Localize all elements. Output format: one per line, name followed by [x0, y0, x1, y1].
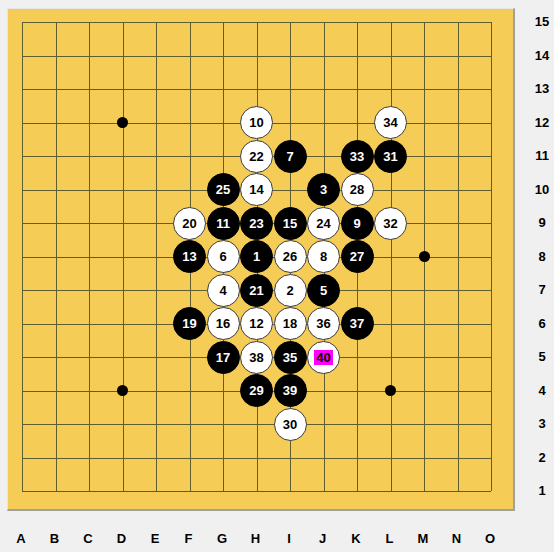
- stone-number: 19: [182, 317, 196, 330]
- stone-14-H10[interactable]: 14: [240, 173, 273, 206]
- stone-number: 14: [249, 183, 263, 196]
- stone-30-I3[interactable]: 30: [274, 408, 307, 441]
- stone-number: 10: [249, 116, 263, 129]
- stone-12-H6[interactable]: 12: [240, 307, 273, 340]
- stone-9-K9[interactable]: 9: [341, 207, 374, 240]
- row-label-12: 12: [529, 115, 554, 130]
- row-label-7: 7: [529, 282, 554, 297]
- stone-35-I5[interactable]: 35: [274, 341, 307, 374]
- stone-25-G10[interactable]: 25: [207, 173, 240, 206]
- column-label-I: I: [278, 531, 300, 546]
- stone-23-H9[interactable]: 23: [240, 207, 273, 240]
- row-label-14: 14: [529, 48, 554, 63]
- stone-number: 38: [249, 351, 263, 364]
- stone-number: 15: [283, 217, 297, 230]
- stone-10-H12[interactable]: 10: [240, 106, 273, 139]
- grid-line: [22, 458, 491, 459]
- column-label-N: N: [446, 531, 468, 546]
- stone-32-L9[interactable]: 32: [374, 207, 407, 240]
- row-label-4: 4: [529, 383, 554, 398]
- stone-22-H11[interactable]: 22: [240, 140, 273, 173]
- stone-number: 9: [353, 217, 360, 230]
- column-label-C: C: [77, 531, 99, 546]
- row-label-3: 3: [529, 416, 554, 431]
- stone-number: 31: [383, 150, 397, 163]
- stone-38-H5[interactable]: 38: [240, 341, 273, 374]
- stone-number: 33: [350, 150, 364, 163]
- star-point-D12: [117, 117, 128, 128]
- stone-number: 39: [283, 384, 297, 397]
- stone-21-H7[interactable]: 21: [240, 274, 273, 307]
- stone-number: 11: [216, 217, 230, 230]
- stone-31-L11[interactable]: 31: [374, 140, 407, 173]
- stone-number: 36: [316, 317, 330, 330]
- grid-line: [22, 491, 491, 492]
- stone-number: 2: [286, 284, 293, 297]
- grid-line: [22, 424, 491, 425]
- stone-number: 3: [320, 183, 327, 196]
- stone-3-J10[interactable]: 3: [307, 173, 340, 206]
- last-move-number: 40: [314, 350, 332, 365]
- stone-number: 24: [316, 217, 330, 230]
- column-label-M: M: [412, 531, 434, 546]
- grid-line: [458, 22, 459, 491]
- stone-number: 13: [182, 250, 196, 263]
- stone-number: 8: [320, 250, 327, 263]
- stone-40-J5[interactable]: 40: [307, 341, 340, 374]
- stone-1-H8[interactable]: 1: [240, 240, 273, 273]
- stone-number: 30: [283, 418, 297, 431]
- row-label-8: 8: [529, 249, 554, 264]
- stone-number: 25: [216, 183, 230, 196]
- stone-34-L12[interactable]: 34: [374, 106, 407, 139]
- stone-4-G7[interactable]: 4: [207, 274, 240, 307]
- stone-11-G9[interactable]: 11: [207, 207, 240, 240]
- stone-number: 21: [249, 284, 263, 297]
- stone-number: 34: [383, 116, 397, 129]
- stone-17-G5[interactable]: 17: [207, 341, 240, 374]
- stone-28-K10[interactable]: 28: [341, 173, 374, 206]
- stone-number: 7: [286, 150, 293, 163]
- column-label-K: K: [345, 531, 367, 546]
- row-label-15: 15: [529, 14, 554, 29]
- column-label-D: D: [111, 531, 133, 546]
- gomoku-app-window: 1234567891011121314151617181920212223242…: [0, 0, 554, 552]
- stone-number: 22: [249, 150, 263, 163]
- stone-number: 23: [249, 217, 263, 230]
- row-label-11: 11: [529, 148, 554, 163]
- stone-36-J6[interactable]: 36: [307, 307, 340, 340]
- stone-number: 26: [283, 250, 297, 263]
- grid-line: [491, 22, 492, 491]
- stone-7-I11[interactable]: 7: [274, 140, 307, 173]
- stone-13-F8[interactable]: 13: [173, 240, 206, 273]
- stone-27-K8[interactable]: 27: [341, 240, 374, 273]
- stone-19-F6[interactable]: 19: [173, 307, 206, 340]
- stone-15-I9[interactable]: 15: [274, 207, 307, 240]
- stone-37-K6[interactable]: 37: [341, 307, 374, 340]
- star-point-L4: [385, 385, 396, 396]
- stone-number: 12: [249, 317, 263, 330]
- column-label-E: E: [144, 531, 166, 546]
- stone-16-G6[interactable]: 16: [207, 307, 240, 340]
- stone-number: 5: [320, 284, 327, 297]
- stone-33-K11[interactable]: 33: [341, 140, 374, 173]
- stone-number: 29: [249, 384, 263, 397]
- stone-number: 1: [253, 250, 260, 263]
- star-point-D4: [117, 385, 128, 396]
- stone-number: 6: [219, 250, 226, 263]
- stone-20-F9[interactable]: 20: [173, 207, 206, 240]
- row-label-6: 6: [529, 316, 554, 331]
- stone-8-J8[interactable]: 8: [307, 240, 340, 273]
- stone-2-I7[interactable]: 2: [274, 274, 307, 307]
- stone-number: 35: [283, 351, 297, 364]
- stone-number: 32: [383, 217, 397, 230]
- stone-26-I8[interactable]: 26: [274, 240, 307, 273]
- column-label-F: F: [178, 531, 200, 546]
- row-label-9: 9: [529, 215, 554, 230]
- column-label-O: O: [479, 531, 501, 546]
- row-label-10: 10: [529, 182, 554, 197]
- row-label-13: 13: [529, 81, 554, 96]
- column-label-A: A: [10, 531, 32, 546]
- column-label-J: J: [312, 531, 334, 546]
- stone-39-I4[interactable]: 39: [274, 374, 307, 407]
- star-point-M8: [419, 251, 430, 262]
- row-label-2: 2: [529, 450, 554, 465]
- goban[interactable]: 1234567891011121314151617181920212223242…: [7, 8, 515, 511]
- column-label-H: H: [245, 531, 267, 546]
- stone-6-G8[interactable]: 6: [207, 240, 240, 273]
- grid-line: [391, 22, 392, 491]
- stone-number: 20: [182, 217, 196, 230]
- column-label-L: L: [379, 531, 401, 546]
- stone-number: 4: [219, 284, 226, 297]
- stone-number: 17: [216, 351, 230, 364]
- stone-29-H4[interactable]: 29: [240, 374, 273, 407]
- stone-5-J7[interactable]: 5: [307, 274, 340, 307]
- row-label-5: 5: [529, 349, 554, 364]
- stone-24-J9[interactable]: 24: [307, 207, 340, 240]
- column-label-B: B: [44, 531, 66, 546]
- stone-number: 27: [350, 250, 364, 263]
- column-label-G: G: [211, 531, 233, 546]
- stone-number: 18: [283, 317, 297, 330]
- stone-number: 37: [350, 317, 364, 330]
- row-label-1: 1: [529, 483, 554, 498]
- stone-number: 16: [216, 317, 230, 330]
- stone-18-I6[interactable]: 18: [274, 307, 307, 340]
- stone-number: 28: [350, 183, 364, 196]
